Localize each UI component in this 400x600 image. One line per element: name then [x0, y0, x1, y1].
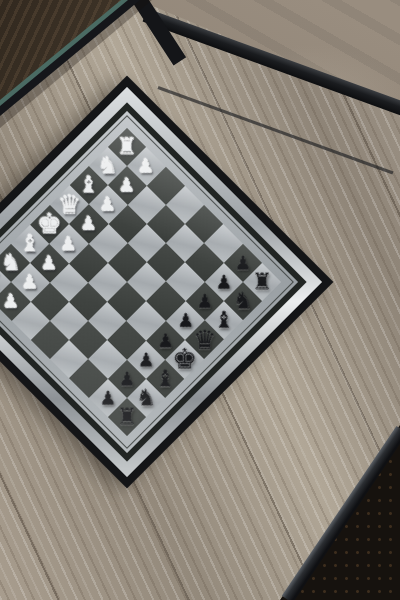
photo-scene: ♜♟♟♜♞♟♟♞♝♟♟♝♛♟♟♛♚♟♟♚♝♟♟♝♞♟♟♞♜♟♟♜ — [0, 0, 400, 600]
silver-pawn: ♟ — [0, 288, 25, 315]
square-h8: ♜ — [108, 398, 146, 436]
gunmetal-rook: ♜ — [113, 403, 140, 430]
